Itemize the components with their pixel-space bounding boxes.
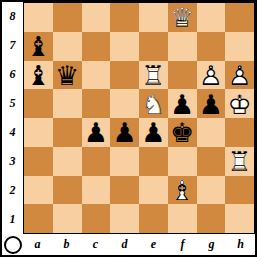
black-piece-glyph: ♝ [24, 32, 53, 61]
black-piece-glyph: ♟ [139, 118, 168, 147]
rank-label-8: 8 [2, 2, 23, 31]
square-h1[interactable] [225, 204, 254, 233]
black-piece-glyph: ♟ [197, 89, 226, 118]
black-piece-glyph: ♚ [168, 118, 197, 147]
piece-white-king-h5[interactable]: ♚♔ [225, 89, 254, 118]
square-c8[interactable] [82, 3, 111, 32]
square-g4[interactable] [197, 118, 226, 147]
square-h7[interactable] [225, 32, 254, 61]
square-a1[interactable] [24, 204, 53, 233]
square-h2[interactable] [225, 176, 254, 205]
square-d3[interactable] [110, 147, 139, 176]
white-piece-outline: ♖ [225, 147, 254, 176]
square-f8[interactable]: ♛♕ [168, 3, 197, 32]
piece-black-pawn-d4[interactable]: ♟ [110, 118, 139, 147]
piece-black-queen-b6[interactable]: ♛ [53, 61, 82, 90]
piece-white-knight-e5[interactable]: ♞♘ [139, 89, 168, 118]
square-h8[interactable] [225, 3, 254, 32]
square-a2[interactable] [24, 176, 53, 205]
square-f2[interactable]: ♝♗ [168, 176, 197, 205]
file-label-f: f [168, 234, 197, 255]
black-piece-glyph: ♟ [168, 89, 197, 118]
square-a6[interactable]: ♝ [24, 61, 53, 90]
square-e3[interactable] [139, 147, 168, 176]
piece-white-pawn-g6[interactable]: ♟♙ [197, 61, 226, 90]
square-c7[interactable] [82, 32, 111, 61]
file-label-d: d [110, 234, 139, 255]
square-h6[interactable]: ♟♙ [225, 61, 254, 90]
square-h4[interactable] [225, 118, 254, 147]
square-d4[interactable]: ♟ [110, 118, 139, 147]
square-b5[interactable] [53, 89, 82, 118]
piece-white-rook-e6[interactable]: ♜♖ [139, 61, 168, 90]
square-e4[interactable]: ♟ [139, 118, 168, 147]
square-d5[interactable] [110, 89, 139, 118]
piece-black-pawn-f5[interactable]: ♟ [168, 89, 197, 118]
square-c6[interactable] [82, 61, 111, 90]
white-piece-outline: ♖ [139, 61, 168, 90]
square-g7[interactable] [197, 32, 226, 61]
square-b3[interactable] [53, 147, 82, 176]
white-piece-outline: ♙ [225, 61, 254, 90]
square-a7[interactable]: ♝ [24, 32, 53, 61]
black-piece-glyph: ♟ [82, 118, 111, 147]
square-d6[interactable] [110, 61, 139, 90]
square-h3[interactable]: ♜♖ [225, 147, 254, 176]
square-d2[interactable] [110, 176, 139, 205]
white-piece-outline: ♗ [168, 176, 197, 205]
square-b2[interactable] [53, 176, 82, 205]
file-label-e: e [139, 234, 168, 255]
piece-white-bishop-f2[interactable]: ♝♗ [168, 176, 197, 205]
square-g6[interactable]: ♟♙ [197, 61, 226, 90]
file-label-b: b [52, 234, 81, 255]
rank-label-2: 2 [2, 176, 23, 205]
square-f3[interactable] [168, 147, 197, 176]
square-d8[interactable] [110, 3, 139, 32]
chess-board-frame: 87654321 ♛♕♝♝♛♜♖♟♙♟♙♞♘♟♟♚♔♟♟♟♚♜♖♝♗ abcde… [0, 0, 257, 257]
square-a3[interactable] [24, 147, 53, 176]
file-label-c: c [81, 234, 110, 255]
square-e1[interactable] [139, 204, 168, 233]
square-b4[interactable] [53, 118, 82, 147]
piece-black-pawn-e4[interactable]: ♟ [139, 118, 168, 147]
white-piece-outline: ♘ [139, 89, 168, 118]
square-f5[interactable]: ♟ [168, 89, 197, 118]
square-c4[interactable]: ♟ [82, 118, 111, 147]
rank-label-7: 7 [2, 31, 23, 60]
square-e8[interactable] [139, 3, 168, 32]
square-b7[interactable] [53, 32, 82, 61]
file-label-h: h [226, 234, 255, 255]
square-g8[interactable] [197, 3, 226, 32]
square-c3[interactable] [82, 147, 111, 176]
rank-labels: 87654321 [2, 2, 23, 234]
piece-black-bishop-a6[interactable]: ♝ [24, 61, 53, 90]
square-e6[interactable]: ♜♖ [139, 61, 168, 90]
rank-label-6: 6 [2, 60, 23, 89]
square-e7[interactable] [139, 32, 168, 61]
white-piece-outline: ♔ [225, 89, 254, 118]
square-a5[interactable] [24, 89, 53, 118]
piece-white-rook-h3[interactable]: ♜♖ [225, 147, 254, 176]
piece-black-pawn-c4[interactable]: ♟ [82, 118, 111, 147]
piece-white-queen-f8[interactable]: ♛♕ [168, 3, 197, 32]
square-f1[interactable] [168, 204, 197, 233]
corner-cell [2, 234, 23, 255]
white-piece-outline: ♕ [168, 3, 197, 32]
square-g3[interactable] [197, 147, 226, 176]
square-e2[interactable] [139, 176, 168, 205]
square-e5[interactable]: ♞♘ [139, 89, 168, 118]
square-b8[interactable] [53, 3, 82, 32]
file-label-g: g [197, 234, 226, 255]
square-g1[interactable] [197, 204, 226, 233]
square-c2[interactable] [82, 176, 111, 205]
square-f7[interactable] [168, 32, 197, 61]
piece-black-bishop-a7[interactable]: ♝ [24, 32, 53, 61]
white-piece-outline: ♙ [197, 61, 226, 90]
file-labels: abcdefgh [23, 234, 255, 255]
rank-label-5: 5 [2, 89, 23, 118]
black-piece-glyph: ♝ [24, 61, 53, 90]
file-label-a: a [23, 234, 52, 255]
rank-label-3: 3 [2, 147, 23, 176]
square-c1[interactable] [82, 204, 111, 233]
black-piece-glyph: ♛ [53, 61, 82, 90]
rank-label-1: 1 [2, 205, 23, 234]
square-g2[interactable] [197, 176, 226, 205]
square-a8[interactable] [24, 3, 53, 32]
piece-black-pawn-g5[interactable]: ♟ [197, 89, 226, 118]
piece-black-king-f4[interactable]: ♚ [168, 118, 197, 147]
square-a4[interactable] [24, 118, 53, 147]
black-piece-glyph: ♟ [110, 118, 139, 147]
square-b6[interactable]: ♛ [53, 61, 82, 90]
square-f6[interactable] [168, 61, 197, 90]
square-d1[interactable] [110, 204, 139, 233]
square-h5[interactable]: ♚♔ [225, 89, 254, 118]
rank-label-4: 4 [2, 118, 23, 147]
square-g5[interactable]: ♟ [197, 89, 226, 118]
board-grid: ♛♕♝♝♛♜♖♟♙♟♙♞♘♟♟♚♔♟♟♟♚♜♖♝♗ [23, 2, 255, 234]
square-b1[interactable] [53, 204, 82, 233]
square-c5[interactable] [82, 89, 111, 118]
piece-white-pawn-h6[interactable]: ♟♙ [225, 61, 254, 90]
square-d7[interactable] [110, 32, 139, 61]
square-f4[interactable]: ♚ [168, 118, 197, 147]
side-to-move-indicator [4, 236, 22, 254]
